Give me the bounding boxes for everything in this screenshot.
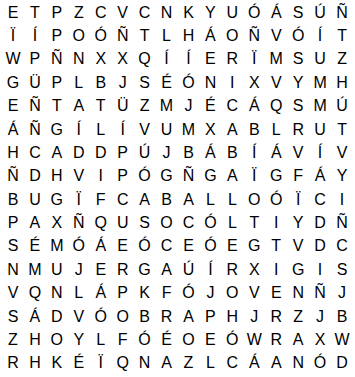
grid-cell[interactable]: U [221, 1, 243, 24]
grid-cell[interactable]: Q [265, 95, 287, 118]
grid-cell[interactable]: I [265, 211, 287, 234]
grid-cell[interactable]: O [112, 305, 134, 328]
grid-cell[interactable]: L [199, 188, 221, 211]
grid-cell[interactable]: Ñ [24, 118, 46, 141]
grid-cell[interactable]: L [156, 24, 178, 47]
grid-cell[interactable]: L [221, 188, 243, 211]
grid-cell[interactable]: P [112, 282, 134, 305]
grid-cell[interactable]: R [221, 258, 243, 281]
grid-cell[interactable]: J [199, 282, 221, 305]
grid-cell[interactable]: R [221, 48, 243, 71]
grid-cell[interactable]: Á [265, 1, 287, 24]
grid-cell[interactable]: Ñ [68, 211, 90, 234]
grid-cell[interactable]: Ï [90, 352, 112, 375]
grid-cell[interactable]: Ï [243, 48, 265, 71]
grid-cell[interactable]: A [24, 211, 46, 234]
grid-cell[interactable]: Á [90, 235, 112, 258]
grid-cell[interactable]: Y [68, 328, 90, 351]
grid-cell[interactable]: V [134, 118, 156, 141]
grid-cell[interactable]: Ó [68, 235, 90, 258]
grid-cell[interactable]: J [112, 71, 134, 94]
grid-cell[interactable]: G [199, 165, 221, 188]
grid-cell[interactable]: Ó [90, 305, 112, 328]
grid-cell[interactable]: E [112, 235, 134, 258]
grid-cell[interactable]: R [287, 118, 309, 141]
grid-cell[interactable]: I [90, 165, 112, 188]
grid-cell[interactable]: A [221, 165, 243, 188]
grid-cell[interactable]: Í [199, 258, 221, 281]
grid-cell[interactable]: Z [331, 48, 353, 71]
grid-cell[interactable]: Ó [178, 282, 200, 305]
grid-cell[interactable]: M [24, 258, 46, 281]
grid-cell[interactable]: V [68, 165, 90, 188]
grid-cell[interactable]: D [90, 141, 112, 164]
grid-cell[interactable]: Ú [178, 258, 200, 281]
grid-cell[interactable]: I [265, 258, 287, 281]
grid-cell[interactable]: Ñ [331, 211, 353, 234]
grid-cell[interactable]: O [46, 328, 68, 351]
grid-cell[interactable]: Ï [243, 165, 265, 188]
grid-cell[interactable]: S [134, 211, 156, 234]
grid-cell[interactable]: Á [309, 165, 331, 188]
grid-cell[interactable]: S [287, 1, 309, 24]
grid-cell[interactable]: W [2, 48, 24, 71]
grid-cell[interactable]: Q [90, 211, 112, 234]
grid-cell[interactable]: B [243, 118, 265, 141]
grid-cell[interactable]: X [90, 48, 112, 71]
grid-cell[interactable]: A [221, 118, 243, 141]
grid-cell[interactable]: Í [24, 24, 46, 47]
grid-cell[interactable]: G [2, 71, 24, 94]
grid-cell[interactable]: V [2, 282, 24, 305]
grid-cell[interactable]: É [24, 235, 46, 258]
grid-cell[interactable]: S [134, 71, 156, 94]
grid-cell[interactable]: M [156, 95, 178, 118]
grid-cell[interactable]: S [331, 258, 353, 281]
grid-cell[interactable]: R [156, 305, 178, 328]
grid-cell[interactable]: Y [287, 71, 309, 94]
grid-cell[interactable]: Á [243, 352, 265, 375]
grid-cell[interactable]: Í [112, 118, 134, 141]
grid-cell[interactable]: Ó [287, 24, 309, 47]
grid-cell[interactable]: F [112, 328, 134, 351]
grid-cell[interactable]: B [134, 305, 156, 328]
grid-cell[interactable]: P [24, 48, 46, 71]
grid-cell[interactable]: I [331, 188, 353, 211]
grid-cell[interactable]: A [287, 328, 309, 351]
grid-cell[interactable]: E [2, 1, 24, 24]
grid-cell[interactable]: A [156, 258, 178, 281]
grid-cell[interactable]: E [178, 235, 200, 258]
grid-cell[interactable]: Ó [134, 165, 156, 188]
grid-cell[interactable]: G [46, 118, 68, 141]
grid-cell[interactable]: C [134, 1, 156, 24]
grid-cell[interactable]: P [112, 141, 134, 164]
grid-cell[interactable]: C [178, 211, 200, 234]
grid-cell[interactable]: P [46, 1, 68, 24]
grid-cell[interactable]: V [287, 235, 309, 258]
grid-cell[interactable]: Á [24, 305, 46, 328]
grid-cell[interactable]: Ó [178, 71, 200, 94]
grid-cell[interactable]: H [331, 71, 353, 94]
grid-cell[interactable]: X [243, 71, 265, 94]
grid-cell[interactable]: G [156, 165, 178, 188]
grid-cell[interactable]: C [156, 235, 178, 258]
grid-cell[interactable]: Z [134, 95, 156, 118]
grid-cell[interactable]: G [287, 258, 309, 281]
grid-cell[interactable]: E [221, 235, 243, 258]
grid-cell[interactable]: Y [199, 1, 221, 24]
grid-cell[interactable]: T [24, 1, 46, 24]
grid-cell[interactable]: M [46, 235, 68, 258]
grid-cell[interactable]: O [68, 24, 90, 47]
grid-cell[interactable]: X [309, 328, 331, 351]
grid-cell[interactable]: N [134, 352, 156, 375]
grid-cell[interactable]: J [331, 282, 353, 305]
grid-cell[interactable]: Í [68, 118, 90, 141]
grid-cell[interactable]: Á [199, 24, 221, 47]
grid-cell[interactable]: L [265, 118, 287, 141]
grid-cell[interactable]: G [46, 188, 68, 211]
grid-cell[interactable]: Ï [287, 188, 309, 211]
grid-cell[interactable]: R [112, 258, 134, 281]
grid-cell[interactable]: V [331, 141, 353, 164]
grid-cell[interactable]: E [90, 258, 112, 281]
grid-cell[interactable]: U [46, 258, 68, 281]
grid-cell[interactable]: Ñ [46, 48, 68, 71]
grid-cell[interactable]: N [2, 258, 24, 281]
grid-cell[interactable]: R [265, 305, 287, 328]
grid-cell[interactable]: H [24, 328, 46, 351]
grid-cell[interactable]: D [309, 211, 331, 234]
grid-cell[interactable]: Ú [309, 1, 331, 24]
grid-cell[interactable]: Í [243, 141, 265, 164]
word-search-grid: ETPZCVCNKYUÓÁSÚÑÏÍPOÓÑTLHÁOÑVÓÍTWPÑNXXQÍ… [0, 0, 355, 377]
grid-cell[interactable]: T [265, 235, 287, 258]
grid-cell[interactable]: D [309, 235, 331, 258]
grid-cell[interactable]: Ü [24, 71, 46, 94]
grid-cell[interactable]: H [24, 352, 46, 375]
grid-cell[interactable]: T [134, 24, 156, 47]
grid-cell[interactable]: H [178, 24, 200, 47]
grid-cell[interactable]: Ó [199, 211, 221, 234]
grid-cell[interactable]: M [309, 71, 331, 94]
grid-cell[interactable]: P [112, 165, 134, 188]
grid-cell[interactable]: L [68, 282, 90, 305]
grid-cell[interactable]: E [199, 48, 221, 71]
grid-cell[interactable]: Á [2, 118, 24, 141]
grid-cell[interactable]: H [2, 141, 24, 164]
grid-cell[interactable]: C [221, 352, 243, 375]
grid-cell[interactable]: P [2, 211, 24, 234]
grid-cell[interactable]: Ó [199, 235, 221, 258]
grid-cell[interactable]: B [221, 141, 243, 164]
grid-cell[interactable]: V [112, 1, 134, 24]
grid-cell[interactable]: L [90, 328, 112, 351]
grid-cell[interactable]: A [178, 188, 200, 211]
grid-cell[interactable]: O [156, 211, 178, 234]
grid-cell[interactable]: S [2, 235, 24, 258]
grid-cell[interactable]: A [46, 141, 68, 164]
grid-cell[interactable]: O [178, 328, 200, 351]
grid-cell[interactable]: M [265, 48, 287, 71]
grid-cell[interactable]: É [156, 71, 178, 94]
grid-cell[interactable]: F [156, 282, 178, 305]
grid-cell[interactable]: U [309, 48, 331, 71]
grid-cell[interactable]: T [243, 211, 265, 234]
grid-cell[interactable]: J [178, 95, 200, 118]
grid-cell[interactable]: Á [199, 141, 221, 164]
grid-cell[interactable]: Q [112, 352, 134, 375]
grid-cell[interactable]: Ñ [24, 95, 46, 118]
grid-cell[interactable]: U [112, 211, 134, 234]
grid-cell[interactable]: X [243, 258, 265, 281]
grid-cell[interactable]: S [2, 305, 24, 328]
grid-cell[interactable]: B [90, 71, 112, 94]
grid-cell[interactable]: G [243, 235, 265, 258]
grid-cell[interactable]: I [221, 71, 243, 94]
grid-cell[interactable]: V [243, 282, 265, 305]
grid-cell[interactable]: L [68, 71, 90, 94]
grid-cell[interactable]: U [24, 188, 46, 211]
grid-cell[interactable]: J [68, 258, 90, 281]
grid-cell[interactable]: Ó [134, 235, 156, 258]
grid-cell[interactable]: R [265, 328, 287, 351]
grid-cell[interactable]: C [309, 188, 331, 211]
grid-cell[interactable]: D [24, 165, 46, 188]
grid-cell[interactable]: Í [178, 48, 200, 71]
grid-cell[interactable]: É [68, 352, 90, 375]
grid-cell[interactable]: G [265, 165, 287, 188]
grid-cell[interactable]: A [265, 352, 287, 375]
grid-cell[interactable]: É [199, 95, 221, 118]
grid-cell[interactable]: D [46, 305, 68, 328]
grid-cell[interactable]: Á [90, 282, 112, 305]
grid-cell[interactable]: J [309, 305, 331, 328]
grid-cell[interactable]: A [68, 95, 90, 118]
grid-cell[interactable]: T [331, 24, 353, 47]
grid-cell[interactable]: V [265, 24, 287, 47]
grid-cell[interactable]: Q [24, 282, 46, 305]
grid-cell[interactable]: Ñ [243, 24, 265, 47]
grid-cell[interactable]: M [309, 95, 331, 118]
grid-cell[interactable]: I [309, 258, 331, 281]
grid-cell[interactable]: T [90, 95, 112, 118]
grid-cell[interactable]: Q [134, 48, 156, 71]
grid-cell[interactable]: B [178, 141, 200, 164]
grid-cell[interactable]: B [156, 188, 178, 211]
grid-cell[interactable]: L [199, 352, 221, 375]
grid-cell[interactable]: A [156, 352, 178, 375]
grid-cell[interactable]: N [46, 282, 68, 305]
grid-cell[interactable]: O [221, 282, 243, 305]
grid-cell[interactable]: G [134, 258, 156, 281]
grid-cell[interactable]: E [265, 282, 287, 305]
grid-cell[interactable]: Á [243, 95, 265, 118]
grid-cell[interactable]: K [46, 352, 68, 375]
grid-cell[interactable]: P [46, 71, 68, 94]
grid-cell[interactable]: U [156, 118, 178, 141]
grid-cell[interactable]: É [156, 328, 178, 351]
grid-cell[interactable]: B [2, 188, 24, 211]
grid-cell[interactable]: Í [156, 48, 178, 71]
grid-cell[interactable]: T [46, 95, 68, 118]
grid-cell[interactable]: C [221, 95, 243, 118]
grid-cell[interactable]: F [90, 188, 112, 211]
grid-cell[interactable]: N [199, 71, 221, 94]
grid-cell[interactable]: B [331, 305, 353, 328]
grid-cell[interactable]: N [156, 1, 178, 24]
grid-cell[interactable]: Ï [2, 24, 24, 47]
grid-cell[interactable]: Z [68, 1, 90, 24]
grid-cell[interactable]: Y [331, 165, 353, 188]
grid-cell[interactable]: K [178, 1, 200, 24]
grid-cell[interactable]: Ú [331, 95, 353, 118]
grid-cell[interactable]: V [287, 141, 309, 164]
grid-cell[interactable]: P [46, 24, 68, 47]
grid-cell[interactable]: F [287, 165, 309, 188]
grid-cell[interactable]: V [68, 305, 90, 328]
grid-cell[interactable]: Ü [112, 95, 134, 118]
grid-cell[interactable]: S [287, 95, 309, 118]
grid-cell[interactable]: O [243, 188, 265, 211]
grid-cell[interactable]: N [287, 282, 309, 305]
grid-cell[interactable]: C [24, 141, 46, 164]
grid-cell[interactable]: Ñ [178, 165, 200, 188]
grid-cell[interactable]: Ó [309, 352, 331, 375]
grid-cell[interactable]: Z [2, 328, 24, 351]
grid-cell[interactable]: C [90, 1, 112, 24]
grid-cell[interactable]: Z [178, 352, 200, 375]
grid-cell[interactable]: J [243, 305, 265, 328]
grid-cell[interactable]: X [199, 118, 221, 141]
grid-cell[interactable]: R [2, 352, 24, 375]
grid-cell[interactable]: M [178, 118, 200, 141]
grid-cell[interactable]: Ó [265, 188, 287, 211]
grid-cell[interactable]: E [199, 328, 221, 351]
grid-cell[interactable]: N [287, 352, 309, 375]
grid-cell[interactable]: O [221, 24, 243, 47]
grid-cell[interactable]: Í [309, 141, 331, 164]
grid-cell[interactable]: Á [265, 141, 287, 164]
grid-cell[interactable]: Ñ [2, 165, 24, 188]
grid-cell[interactable]: K [134, 282, 156, 305]
grid-cell[interactable]: C [112, 188, 134, 211]
grid-cell[interactable]: Ó [243, 1, 265, 24]
grid-cell[interactable]: Ï [68, 188, 90, 211]
grid-cell[interactable]: U [309, 118, 331, 141]
grid-cell[interactable]: C [331, 235, 353, 258]
grid-cell[interactable]: Ñ [309, 282, 331, 305]
grid-cell[interactable]: Ó [90, 24, 112, 47]
grid-cell[interactable]: J [156, 141, 178, 164]
grid-cell[interactable]: H [221, 305, 243, 328]
grid-cell[interactable]: Ó [221, 328, 243, 351]
grid-cell[interactable]: Ñ [331, 1, 353, 24]
grid-cell[interactable]: Z [287, 305, 309, 328]
grid-cell[interactable]: W [243, 328, 265, 351]
grid-cell[interactable]: X [46, 211, 68, 234]
grid-cell[interactable]: E [2, 95, 24, 118]
grid-cell[interactable]: D [68, 141, 90, 164]
grid-cell[interactable]: Ñ [112, 24, 134, 47]
grid-cell[interactable]: L [221, 211, 243, 234]
grid-cell[interactable]: D [331, 352, 353, 375]
grid-cell[interactable]: T [331, 118, 353, 141]
grid-cell[interactable]: Ó [134, 328, 156, 351]
grid-cell[interactable]: V [265, 71, 287, 94]
grid-cell[interactable]: N [68, 48, 90, 71]
grid-cell[interactable]: P [199, 305, 221, 328]
grid-cell[interactable]: S [287, 48, 309, 71]
grid-cell[interactable]: A [178, 305, 200, 328]
grid-cell[interactable]: Ú [134, 141, 156, 164]
grid-cell[interactable]: L [90, 118, 112, 141]
grid-cell[interactable]: W [331, 328, 353, 351]
grid-cell[interactable]: H [46, 165, 68, 188]
grid-cell[interactable]: Y [287, 211, 309, 234]
grid-cell[interactable]: X [112, 48, 134, 71]
grid-cell[interactable]: A [134, 188, 156, 211]
grid-cell[interactable]: Í [309, 24, 331, 47]
